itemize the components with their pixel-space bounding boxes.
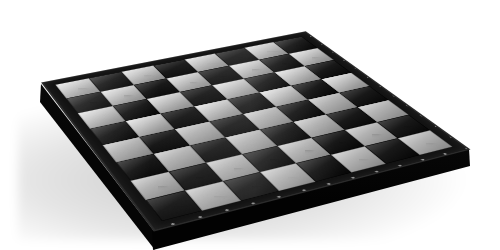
piece-black-pawn[interactable]: ♟ — [205, 42, 237, 77]
scene: ♜♞♝♛♚♝♞♜♟♟♟♟♟♟♟♟♟♟♟♟♟♟♟♟♜♞♝♛♚♝♞♜ — [0, 0, 500, 250]
piece-black-pawn[interactable]: ♟ — [107, 61, 140, 98]
piece-black-pawn[interactable]: ♟ — [296, 25, 327, 59]
piece-black-pawn[interactable]: ♟ — [173, 48, 205, 84]
square-a1[interactable]: ♜ — [146, 191, 202, 221]
piece-black-pawn[interactable]: ♟ — [73, 67, 106, 104]
chess-board: ♜♞♝♛♚♝♞♜♟♟♟♟♟♟♟♟♟♟♟♟♟♟♟♟♜♞♝♛♚♝♞♜ — [41, 31, 470, 231]
piece-black-pawn[interactable]: ♟ — [266, 30, 297, 65]
piece-black-pawn[interactable]: ♟ — [140, 54, 173, 90]
chess-set-photo: ♜♞♝♛♚♝♞♜♟♟♟♟♟♟♟♟♟♟♟♟♟♟♟♟♜♞♝♛♚♝♞♜ — [0, 0, 500, 250]
square-a7[interactable]: ♟ — [66, 92, 112, 114]
piece-white-rook[interactable]: ♜ — [151, 157, 197, 208]
board-grid: ♜♞♝♛♚♝♞♜♟♟♟♟♟♟♟♟♟♟♟♟♟♟♟♟♜♞♝♛♚♝♞♜ — [55, 37, 452, 221]
piece-black-pawn[interactable]: ♟ — [236, 36, 267, 71]
